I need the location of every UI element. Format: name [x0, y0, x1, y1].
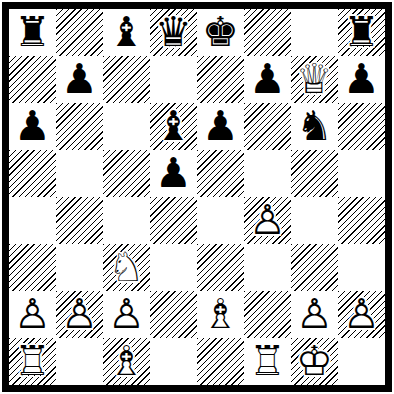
- black-pawn-glyph: ♟: [9, 103, 56, 150]
- square-d4[interactable]: [150, 197, 197, 244]
- square-h2[interactable]: ♟♙: [338, 291, 385, 338]
- square-b5[interactable]: [56, 150, 103, 197]
- piece-black-bishop: ♝♝: [150, 103, 197, 150]
- square-e5[interactable]: [197, 150, 244, 197]
- square-a6[interactable]: ♟♟: [9, 103, 56, 150]
- square-h5[interactable]: [338, 150, 385, 197]
- square-g5[interactable]: [291, 150, 338, 197]
- square-g6[interactable]: ♞♞: [291, 103, 338, 150]
- square-e6[interactable]: ♟♟: [197, 103, 244, 150]
- white-rook-glyph: ♖: [9, 338, 56, 385]
- white-pawn-glyph: ♙: [56, 291, 103, 338]
- piece-white-rook: ♜♖: [244, 338, 291, 385]
- square-a3[interactable]: [9, 244, 56, 291]
- square-h8[interactable]: ♜♜: [338, 9, 385, 56]
- piece-white-bishop: ♝♗: [103, 338, 150, 385]
- square-d2[interactable]: [150, 291, 197, 338]
- black-pawn-glyph: ♟: [244, 56, 291, 103]
- square-b4[interactable]: [56, 197, 103, 244]
- black-bishop-glyph: ♝: [150, 103, 197, 150]
- white-pawn-glyph: ♙: [103, 291, 150, 338]
- piece-black-bishop: ♝♝: [103, 9, 150, 56]
- square-f3[interactable]: [244, 244, 291, 291]
- square-f2[interactable]: [244, 291, 291, 338]
- square-d3[interactable]: [150, 244, 197, 291]
- square-g2[interactable]: ♟♙: [291, 291, 338, 338]
- square-g7[interactable]: ♛♕: [291, 56, 338, 103]
- piece-white-bishop: ♝♗: [197, 291, 244, 338]
- square-e4[interactable]: [197, 197, 244, 244]
- square-b8[interactable]: [56, 9, 103, 56]
- square-g4[interactable]: [291, 197, 338, 244]
- white-rook-glyph: ♖: [244, 338, 291, 385]
- black-pawn-glyph: ♟: [338, 56, 385, 103]
- square-g3[interactable]: [291, 244, 338, 291]
- square-f8[interactable]: [244, 9, 291, 56]
- white-king-glyph: ♔: [291, 338, 338, 385]
- white-pawn-glyph: ♙: [244, 197, 291, 244]
- square-e7[interactable]: [197, 56, 244, 103]
- square-c4[interactable]: [103, 197, 150, 244]
- piece-white-pawn: ♟♙: [244, 197, 291, 244]
- piece-black-rook: ♜♜: [338, 9, 385, 56]
- square-a4[interactable]: [9, 197, 56, 244]
- piece-black-knight: ♞♞: [291, 103, 338, 150]
- square-a2[interactable]: ♟♙: [9, 291, 56, 338]
- square-h3[interactable]: [338, 244, 385, 291]
- square-h6[interactable]: [338, 103, 385, 150]
- piece-black-pawn: ♟♟: [338, 56, 385, 103]
- chess-board: ♜♜♝♝♛♛♚♚♜♜♟♟♟♟♛♕♟♟♟♟♝♝♟♟♞♞♟♟♟♙♞♘♟♙♟♙♟♙♝♗…: [9, 9, 385, 385]
- square-h7[interactable]: ♟♟: [338, 56, 385, 103]
- black-knight-glyph: ♞: [291, 103, 338, 150]
- square-c1[interactable]: ♝♗: [103, 338, 150, 385]
- white-bishop-glyph: ♗: [197, 291, 244, 338]
- black-pawn-glyph: ♟: [56, 56, 103, 103]
- piece-black-pawn: ♟♟: [244, 56, 291, 103]
- square-a8[interactable]: ♜♜: [9, 9, 56, 56]
- black-pawn-glyph: ♟: [150, 150, 197, 197]
- piece-white-pawn: ♟♙: [56, 291, 103, 338]
- piece-white-queen: ♛♕: [291, 56, 338, 103]
- black-king-glyph: ♚: [197, 9, 244, 56]
- square-g1[interactable]: ♚♔: [291, 338, 338, 385]
- square-e3[interactable]: [197, 244, 244, 291]
- piece-black-pawn: ♟♟: [9, 103, 56, 150]
- square-h4[interactable]: [338, 197, 385, 244]
- square-c3[interactable]: ♞♘: [103, 244, 150, 291]
- square-d1[interactable]: [150, 338, 197, 385]
- square-b2[interactable]: ♟♙: [56, 291, 103, 338]
- square-b6[interactable]: [56, 103, 103, 150]
- square-f4[interactable]: ♟♙: [244, 197, 291, 244]
- square-g8[interactable]: [291, 9, 338, 56]
- square-d7[interactable]: [150, 56, 197, 103]
- square-b3[interactable]: [56, 244, 103, 291]
- square-f5[interactable]: [244, 150, 291, 197]
- square-h1[interactable]: [338, 338, 385, 385]
- square-a7[interactable]: [9, 56, 56, 103]
- piece-white-pawn: ♟♙: [291, 291, 338, 338]
- black-rook-glyph: ♜: [9, 9, 56, 56]
- square-f7[interactable]: ♟♟: [244, 56, 291, 103]
- square-c2[interactable]: ♟♙: [103, 291, 150, 338]
- chess-diagram: ♜♜♝♝♛♛♚♚♜♜♟♟♟♟♛♕♟♟♟♟♝♝♟♟♞♞♟♟♟♙♞♘♟♙♟♙♟♙♝♗…: [0, 0, 394, 394]
- square-d6[interactable]: ♝♝: [150, 103, 197, 150]
- square-e1[interactable]: [197, 338, 244, 385]
- square-f1[interactable]: ♜♖: [244, 338, 291, 385]
- white-pawn-glyph: ♙: [291, 291, 338, 338]
- piece-black-pawn: ♟♟: [197, 103, 244, 150]
- square-f6[interactable]: [244, 103, 291, 150]
- square-a1[interactable]: ♜♖: [9, 338, 56, 385]
- square-c7[interactable]: [103, 56, 150, 103]
- piece-black-pawn: ♟♟: [56, 56, 103, 103]
- piece-white-pawn: ♟♙: [103, 291, 150, 338]
- black-bishop-glyph: ♝: [103, 9, 150, 56]
- piece-black-pawn: ♟♟: [150, 150, 197, 197]
- piece-white-pawn: ♟♙: [9, 291, 56, 338]
- white-pawn-glyph: ♙: [9, 291, 56, 338]
- piece-white-knight: ♞♘: [103, 244, 150, 291]
- white-queen-glyph: ♕: [291, 56, 338, 103]
- black-queen-glyph: ♛: [150, 9, 197, 56]
- piece-white-pawn: ♟♙: [338, 291, 385, 338]
- white-bishop-glyph: ♗: [103, 338, 150, 385]
- white-knight-glyph: ♘: [103, 244, 150, 291]
- piece-white-rook: ♜♖: [9, 338, 56, 385]
- piece-white-king: ♚♔: [291, 338, 338, 385]
- piece-black-queen: ♛♛: [150, 9, 197, 56]
- square-d5[interactable]: ♟♟: [150, 150, 197, 197]
- square-c5[interactable]: [103, 150, 150, 197]
- black-pawn-glyph: ♟: [197, 103, 244, 150]
- square-e2[interactable]: ♝♗: [197, 291, 244, 338]
- square-d8[interactable]: ♛♛: [150, 9, 197, 56]
- board-frame: ♜♜♝♝♛♛♚♚♜♜♟♟♟♟♛♕♟♟♟♟♝♝♟♟♞♞♟♟♟♙♞♘♟♙♟♙♟♙♝♗…: [2, 2, 392, 392]
- square-c8[interactable]: ♝♝: [103, 9, 150, 56]
- square-e8[interactable]: ♚♚: [197, 9, 244, 56]
- square-a5[interactable]: [9, 150, 56, 197]
- square-b1[interactable]: [56, 338, 103, 385]
- piece-black-king: ♚♚: [197, 9, 244, 56]
- piece-black-rook: ♜♜: [9, 9, 56, 56]
- square-b7[interactable]: ♟♟: [56, 56, 103, 103]
- square-c6[interactable]: [103, 103, 150, 150]
- white-pawn-glyph: ♙: [338, 291, 385, 338]
- black-rook-glyph: ♜: [338, 9, 385, 56]
